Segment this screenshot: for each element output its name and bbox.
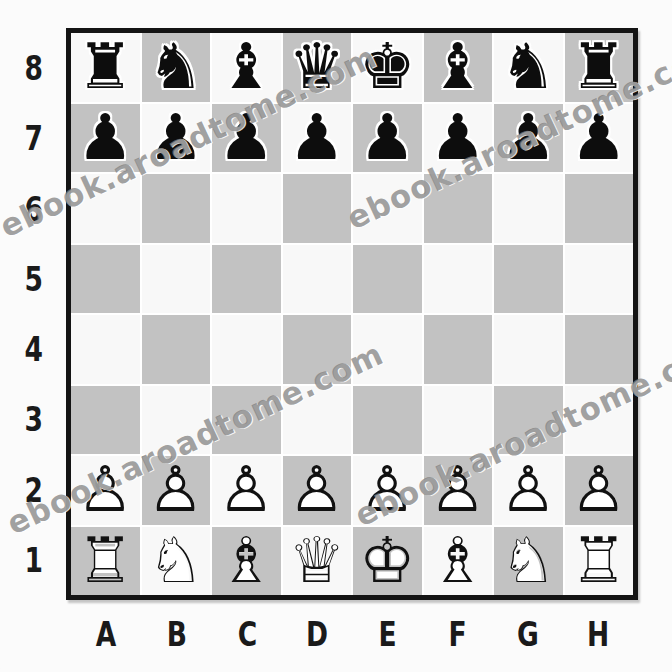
- square-f8[interactable]: ♝: [424, 33, 493, 102]
- piece-black-knight: ♞: [500, 33, 556, 101]
- square-g8[interactable]: ♞: [494, 33, 563, 102]
- square-f3[interactable]: [424, 386, 493, 455]
- square-d2[interactable]: ♟♙: [283, 456, 352, 525]
- piece-white-rook: ♜♖: [571, 527, 627, 595]
- square-b1[interactable]: ♞♘: [142, 527, 211, 596]
- rank-labels: 87654321: [12, 33, 54, 595]
- square-c3[interactable]: [212, 386, 281, 455]
- square-a2[interactable]: ♟♙: [71, 456, 140, 525]
- square-d1[interactable]: ♛♕: [283, 527, 352, 596]
- square-f5[interactable]: [424, 245, 493, 314]
- square-e1[interactable]: ♚♔: [353, 527, 422, 596]
- square-c7[interactable]: ♟: [212, 104, 281, 173]
- file-label-d: D: [282, 611, 352, 657]
- square-d7[interactable]: ♟: [283, 104, 352, 173]
- piece-white-knight: ♞♘: [148, 527, 204, 595]
- rank-label-3: 3: [12, 384, 54, 454]
- square-g1[interactable]: ♞♘: [494, 527, 563, 596]
- square-d5[interactable]: [283, 245, 352, 314]
- square-f7[interactable]: ♟: [424, 104, 493, 173]
- file-label-a: A: [71, 611, 141, 657]
- square-h2[interactable]: ♟♙: [565, 456, 634, 525]
- square-b2[interactable]: ♟♙: [142, 456, 211, 525]
- square-a4[interactable]: [71, 315, 140, 384]
- square-c8[interactable]: ♝: [212, 33, 281, 102]
- square-a8[interactable]: ♜: [71, 33, 140, 102]
- square-c6[interactable]: [212, 174, 281, 243]
- piece-black-pawn: ♟: [430, 104, 486, 172]
- square-f2[interactable]: ♟♙: [424, 456, 493, 525]
- rank-label-7: 7: [12, 103, 54, 173]
- square-f4[interactable]: [424, 315, 493, 384]
- piece-black-pawn: ♟: [289, 104, 345, 172]
- square-e7[interactable]: ♟: [353, 104, 422, 173]
- square-e2[interactable]: ♟♙: [353, 456, 422, 525]
- square-b6[interactable]: [142, 174, 211, 243]
- file-label-h: H: [563, 611, 633, 657]
- rank-label-8: 8: [12, 33, 54, 103]
- square-h4[interactable]: [565, 315, 634, 384]
- piece-white-pawn: ♟♙: [218, 456, 274, 524]
- file-labels: ABCDEFGH: [71, 611, 633, 657]
- square-d6[interactable]: [283, 174, 352, 243]
- square-a7[interactable]: ♟: [71, 104, 140, 173]
- piece-white-rook: ♜♖: [77, 527, 133, 595]
- square-a3[interactable]: [71, 386, 140, 455]
- square-e4[interactable]: [353, 315, 422, 384]
- square-c1[interactable]: ♝♗: [212, 527, 281, 596]
- piece-white-bishop: ♝♗: [218, 527, 274, 595]
- board-grid: ♜♞♝♛♚♝♞♜♟♟♟♟♟♟♟♟♟♙♟♙♟♙♟♙♟♙♟♙♟♙♟♙♜♖♞♘♝♗♛♕…: [71, 33, 633, 595]
- piece-black-rook: ♜: [571, 33, 627, 101]
- piece-black-bishop: ♝: [218, 33, 274, 101]
- piece-black-pawn: ♟: [77, 104, 133, 172]
- square-b5[interactable]: [142, 245, 211, 314]
- piece-white-knight: ♞♘: [500, 527, 556, 595]
- piece-black-pawn: ♟: [148, 104, 204, 172]
- piece-black-rook: ♜: [77, 33, 133, 101]
- piece-white-queen: ♛♕: [289, 527, 345, 595]
- square-f1[interactable]: ♝♗: [424, 527, 493, 596]
- square-g2[interactable]: ♟♙: [494, 456, 563, 525]
- square-a1[interactable]: ♜♖: [71, 527, 140, 596]
- square-c5[interactable]: [212, 245, 281, 314]
- piece-white-pawn: ♟♙: [430, 456, 486, 524]
- square-b3[interactable]: [142, 386, 211, 455]
- rank-label-6: 6: [12, 174, 54, 244]
- chess-diagram-page: 87654321 ♜♞♝♛♚♝♞♜♟♟♟♟♟♟♟♟♟♙♟♙♟♙♟♙♟♙♟♙♟♙♟…: [0, 0, 672, 672]
- rank-label-2: 2: [12, 455, 54, 525]
- square-c4[interactable]: [212, 315, 281, 384]
- piece-black-pawn: ♟: [218, 104, 274, 172]
- square-h3[interactable]: [565, 386, 634, 455]
- piece-black-king: ♚: [359, 33, 415, 101]
- file-label-e: E: [352, 611, 422, 657]
- square-e3[interactable]: [353, 386, 422, 455]
- square-g4[interactable]: [494, 315, 563, 384]
- square-h5[interactable]: [565, 245, 634, 314]
- file-label-g: G: [493, 611, 563, 657]
- piece-black-knight: ♞: [148, 33, 204, 101]
- square-h8[interactable]: ♜: [565, 33, 634, 102]
- square-d4[interactable]: [283, 315, 352, 384]
- file-label-f: F: [422, 611, 492, 657]
- square-g7[interactable]: ♟: [494, 104, 563, 173]
- square-a6[interactable]: [71, 174, 140, 243]
- square-f6[interactable]: [424, 174, 493, 243]
- piece-white-bishop: ♝♗: [430, 527, 486, 595]
- piece-black-pawn: ♟: [500, 104, 556, 172]
- square-b4[interactable]: [142, 315, 211, 384]
- square-c2[interactable]: ♟♙: [212, 456, 281, 525]
- rank-label-1: 1: [12, 525, 54, 595]
- chess-board: ♜♞♝♛♚♝♞♜♟♟♟♟♟♟♟♟♟♙♟♙♟♙♟♙♟♙♟♙♟♙♟♙♜♖♞♘♝♗♛♕…: [66, 28, 638, 600]
- piece-black-pawn: ♟: [571, 104, 627, 172]
- piece-black-queen: ♛: [289, 33, 345, 101]
- piece-white-pawn: ♟♙: [289, 456, 345, 524]
- square-h7[interactable]: ♟: [565, 104, 634, 173]
- square-g5[interactable]: [494, 245, 563, 314]
- square-d8[interactable]: ♛: [283, 33, 352, 102]
- square-e8[interactable]: ♚: [353, 33, 422, 102]
- piece-white-king: ♚♔: [359, 527, 415, 595]
- piece-white-pawn: ♟♙: [77, 456, 133, 524]
- piece-white-pawn: ♟♙: [148, 456, 204, 524]
- square-h1[interactable]: ♜♖: [565, 527, 634, 596]
- piece-white-pawn: ♟♙: [359, 456, 415, 524]
- file-label-c: C: [212, 611, 282, 657]
- square-e5[interactable]: [353, 245, 422, 314]
- piece-black-bishop: ♝: [430, 33, 486, 101]
- square-e6[interactable]: [353, 174, 422, 243]
- square-g6[interactable]: [494, 174, 563, 243]
- square-b7[interactable]: ♟: [142, 104, 211, 173]
- piece-black-pawn: ♟: [359, 104, 415, 172]
- piece-white-pawn: ♟♙: [571, 456, 627, 524]
- square-b8[interactable]: ♞: [142, 33, 211, 102]
- square-a5[interactable]: [71, 245, 140, 314]
- rank-label-4: 4: [12, 314, 54, 384]
- square-h6[interactable]: [565, 174, 634, 243]
- rank-label-5: 5: [12, 244, 54, 314]
- piece-white-pawn: ♟♙: [500, 456, 556, 524]
- square-g3[interactable]: [494, 386, 563, 455]
- square-d3[interactable]: [283, 386, 352, 455]
- file-label-b: B: [141, 611, 211, 657]
